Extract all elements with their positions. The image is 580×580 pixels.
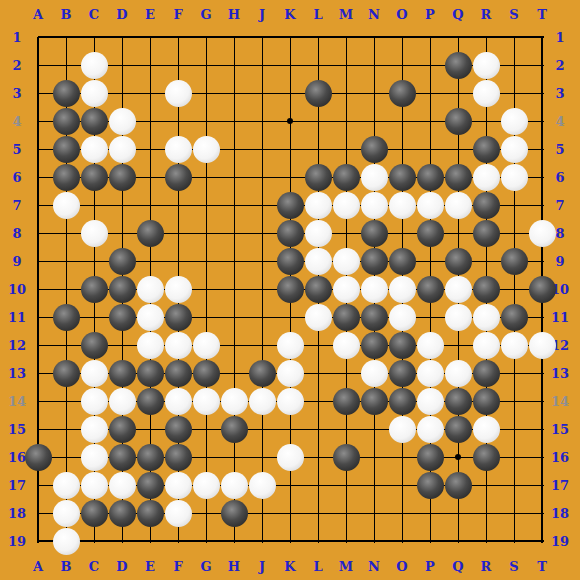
white-stone-R2[interactable]: [473, 52, 500, 79]
row-label-left-17: 17: [8, 478, 26, 493]
col-label-bottom-D: D: [116, 559, 127, 574]
white-stone-C15[interactable]: [81, 416, 108, 443]
col-label-bottom-S: S: [509, 559, 518, 574]
white-stone-F18[interactable]: [165, 500, 192, 527]
black-stone-A16[interactable]: [25, 444, 52, 471]
black-stone-J13[interactable]: [249, 360, 276, 387]
white-stone-C13[interactable]: [81, 360, 108, 387]
col-label-top-B: B: [61, 7, 72, 22]
black-stone-O14[interactable]: [389, 388, 416, 415]
col-label-top-M: M: [339, 7, 353, 22]
row-label-left-3: 3: [12, 86, 21, 101]
row-label-right-1: 1: [555, 30, 564, 45]
row-label-left-14: 14: [8, 394, 26, 409]
black-stone-E16[interactable]: [137, 444, 164, 471]
white-stone-C17[interactable]: [81, 472, 108, 499]
black-stone-F11[interactable]: [165, 304, 192, 331]
col-label-bottom-G: G: [200, 559, 211, 574]
black-stone-R10[interactable]: [473, 276, 500, 303]
black-stone-H15[interactable]: [221, 416, 248, 443]
col-label-top-A: A: [33, 7, 43, 22]
black-stone-D15[interactable]: [109, 416, 136, 443]
white-stone-R11[interactable]: [473, 304, 500, 331]
col-label-bottom-F: F: [173, 559, 182, 574]
row-label-left-19: 19: [8, 534, 26, 549]
row-label-right-8: 8: [555, 226, 564, 241]
white-stone-S12[interactable]: [501, 332, 528, 359]
white-stone-S6[interactable]: [501, 164, 528, 191]
black-stone-O9[interactable]: [389, 248, 416, 275]
white-stone-F5[interactable]: [165, 136, 192, 163]
black-stone-E8[interactable]: [137, 220, 164, 247]
white-stone-K12[interactable]: [277, 332, 304, 359]
grid-vline: [206, 37, 207, 543]
col-label-top-H: H: [228, 7, 240, 22]
white-stone-E12[interactable]: [137, 332, 164, 359]
black-stone-R7[interactable]: [473, 192, 500, 219]
col-label-top-P: P: [425, 7, 435, 22]
white-stone-O10[interactable]: [389, 276, 416, 303]
black-stone-B13[interactable]: [53, 360, 80, 387]
col-label-top-E: E: [145, 7, 155, 22]
black-stone-Q6[interactable]: [445, 164, 472, 191]
black-stone-R16[interactable]: [473, 444, 500, 471]
row-label-left-4: 4: [12, 114, 21, 129]
col-label-top-G: G: [200, 7, 211, 22]
white-stone-K13[interactable]: [277, 360, 304, 387]
black-stone-F16[interactable]: [165, 444, 192, 471]
row-label-right-3: 3: [555, 86, 564, 101]
row-label-right-11: 11: [551, 310, 569, 325]
black-stone-P17[interactable]: [417, 472, 444, 499]
white-stone-G5[interactable]: [193, 136, 220, 163]
black-stone-S11[interactable]: [501, 304, 528, 331]
black-stone-N8[interactable]: [361, 220, 388, 247]
row-label-left-5: 5: [12, 142, 21, 157]
white-stone-D5[interactable]: [109, 136, 136, 163]
white-stone-H14[interactable]: [221, 388, 248, 415]
black-stone-B3[interactable]: [53, 80, 80, 107]
black-stone-D18[interactable]: [109, 500, 136, 527]
black-stone-P6[interactable]: [417, 164, 444, 191]
black-stone-Q17[interactable]: [445, 472, 472, 499]
white-stone-M10[interactable]: [333, 276, 360, 303]
black-stone-B6[interactable]: [53, 164, 80, 191]
white-stone-Q7[interactable]: [445, 192, 472, 219]
row-label-left-18: 18: [8, 506, 26, 521]
col-label-top-D: D: [116, 7, 127, 22]
black-stone-D10[interactable]: [109, 276, 136, 303]
black-stone-F6[interactable]: [165, 164, 192, 191]
black-stone-P10[interactable]: [417, 276, 444, 303]
row-label-left-12: 12: [8, 338, 26, 353]
col-label-top-Q: Q: [452, 7, 463, 22]
white-stone-F3[interactable]: [165, 80, 192, 107]
col-label-top-O: O: [396, 7, 407, 22]
black-stone-E18[interactable]: [137, 500, 164, 527]
white-stone-B19[interactable]: [53, 528, 80, 555]
white-stone-K14[interactable]: [277, 388, 304, 415]
row-label-left-2: 2: [12, 58, 21, 73]
white-stone-M7[interactable]: [333, 192, 360, 219]
black-stone-R8[interactable]: [473, 220, 500, 247]
col-label-bottom-M: M: [339, 559, 353, 574]
black-stone-R13[interactable]: [473, 360, 500, 387]
row-label-right-6: 6: [555, 170, 564, 185]
go-board[interactable]: AABBCCDDEEFFGGHHJJKKLLMMNNOOPPQQRRSSTT11…: [0, 0, 580, 580]
white-stone-L9[interactable]: [305, 248, 332, 275]
col-label-bottom-K: K: [284, 559, 295, 574]
col-label-bottom-T: T: [537, 559, 547, 574]
black-stone-F15[interactable]: [165, 416, 192, 443]
black-stone-K7[interactable]: [277, 192, 304, 219]
white-stone-O7[interactable]: [389, 192, 416, 219]
white-stone-B18[interactable]: [53, 500, 80, 527]
black-stone-M14[interactable]: [333, 388, 360, 415]
col-label-top-L: L: [313, 7, 322, 22]
white-stone-C14[interactable]: [81, 388, 108, 415]
black-stone-Q4[interactable]: [445, 108, 472, 135]
white-stone-J14[interactable]: [249, 388, 276, 415]
row-label-left-1: 1: [12, 30, 21, 45]
white-stone-G12[interactable]: [193, 332, 220, 359]
black-stone-C12[interactable]: [81, 332, 108, 359]
row-label-right-7: 7: [555, 198, 564, 213]
row-label-right-4: 4: [555, 114, 564, 129]
white-stone-E10[interactable]: [137, 276, 164, 303]
white-stone-Q13[interactable]: [445, 360, 472, 387]
black-stone-M6[interactable]: [333, 164, 360, 191]
white-stone-K16[interactable]: [277, 444, 304, 471]
white-stone-P13[interactable]: [417, 360, 444, 387]
white-stone-L8[interactable]: [305, 220, 332, 247]
white-stone-R15[interactable]: [473, 416, 500, 443]
white-stone-B7[interactable]: [53, 192, 80, 219]
col-label-top-F: F: [173, 7, 182, 22]
black-stone-Q14[interactable]: [445, 388, 472, 415]
row-label-left-13: 13: [8, 366, 26, 381]
black-stone-N14[interactable]: [361, 388, 388, 415]
white-stone-L7[interactable]: [305, 192, 332, 219]
black-stone-N12[interactable]: [361, 332, 388, 359]
white-stone-R3[interactable]: [473, 80, 500, 107]
white-stone-S4[interactable]: [501, 108, 528, 135]
white-stone-O15[interactable]: [389, 416, 416, 443]
black-stone-B4[interactable]: [53, 108, 80, 135]
black-stone-O6[interactable]: [389, 164, 416, 191]
grid-hline: [38, 36, 544, 38]
col-label-bottom-P: P: [425, 559, 435, 574]
black-stone-L3[interactable]: [305, 80, 332, 107]
row-label-right-9: 9: [555, 254, 564, 269]
black-stone-H18[interactable]: [221, 500, 248, 527]
white-stone-D4[interactable]: [109, 108, 136, 135]
black-stone-F13[interactable]: [165, 360, 192, 387]
row-label-right-2: 2: [555, 58, 564, 73]
row-label-right-15: 15: [551, 422, 569, 437]
white-stone-F12[interactable]: [165, 332, 192, 359]
grid-vline: [262, 37, 263, 543]
white-stone-P15[interactable]: [417, 416, 444, 443]
black-stone-N9[interactable]: [361, 248, 388, 275]
white-stone-C2[interactable]: [81, 52, 108, 79]
black-stone-C10[interactable]: [81, 276, 108, 303]
black-stone-K9[interactable]: [277, 248, 304, 275]
col-label-bottom-J: J: [259, 559, 265, 574]
row-label-left-9: 9: [12, 254, 21, 269]
black-stone-B5[interactable]: [53, 136, 80, 163]
col-label-bottom-C: C: [89, 559, 99, 574]
row-label-right-19: 19: [551, 534, 569, 549]
white-stone-F10[interactable]: [165, 276, 192, 303]
black-stone-B11[interactable]: [53, 304, 80, 331]
white-stone-G17[interactable]: [193, 472, 220, 499]
black-stone-D11[interactable]: [109, 304, 136, 331]
row-label-right-17: 17: [551, 478, 569, 493]
black-stone-S9[interactable]: [501, 248, 528, 275]
col-label-bottom-B: B: [61, 559, 72, 574]
star-point-K4: [287, 118, 293, 124]
white-stone-S5[interactable]: [501, 136, 528, 163]
row-label-right-5: 5: [555, 142, 564, 157]
black-stone-Q15[interactable]: [445, 416, 472, 443]
white-stone-R6[interactable]: [473, 164, 500, 191]
col-label-bottom-E: E: [145, 559, 155, 574]
black-stone-K10[interactable]: [277, 276, 304, 303]
col-label-top-C: C: [89, 7, 99, 22]
white-stone-N7[interactable]: [361, 192, 388, 219]
black-stone-E13[interactable]: [137, 360, 164, 387]
black-stone-E17[interactable]: [137, 472, 164, 499]
white-stone-P7[interactable]: [417, 192, 444, 219]
white-stone-F17[interactable]: [165, 472, 192, 499]
col-label-bottom-H: H: [228, 559, 240, 574]
row-label-right-18: 18: [551, 506, 569, 521]
row-label-left-8: 8: [12, 226, 21, 241]
black-stone-K8[interactable]: [277, 220, 304, 247]
white-stone-N10[interactable]: [361, 276, 388, 303]
black-stone-D6[interactable]: [109, 164, 136, 191]
col-label-bottom-O: O: [396, 559, 407, 574]
black-stone-O13[interactable]: [389, 360, 416, 387]
row-label-left-6: 6: [12, 170, 21, 185]
col-label-top-T: T: [537, 7, 547, 22]
black-stone-Q9[interactable]: [445, 248, 472, 275]
white-stone-Q11[interactable]: [445, 304, 472, 331]
col-label-top-S: S: [509, 7, 518, 22]
black-stone-P8[interactable]: [417, 220, 444, 247]
grid-hline: [38, 93, 544, 94]
black-stone-O3[interactable]: [389, 80, 416, 107]
white-stone-P14[interactable]: [417, 388, 444, 415]
row-label-left-11: 11: [8, 310, 26, 325]
col-label-top-J: J: [259, 7, 265, 22]
black-stone-M11[interactable]: [333, 304, 360, 331]
white-stone-D17[interactable]: [109, 472, 136, 499]
black-stone-E14[interactable]: [137, 388, 164, 415]
col-label-bottom-A: A: [33, 559, 43, 574]
row-label-left-10: 10: [8, 282, 26, 297]
black-stone-T10[interactable]: [529, 276, 556, 303]
black-stone-N11[interactable]: [361, 304, 388, 331]
black-stone-R14[interactable]: [473, 388, 500, 415]
row-label-left-7: 7: [12, 198, 21, 213]
white-stone-C8[interactable]: [81, 220, 108, 247]
black-stone-P16[interactable]: [417, 444, 444, 471]
white-stone-C3[interactable]: [81, 80, 108, 107]
col-label-bottom-N: N: [368, 559, 380, 574]
black-stone-R5[interactable]: [473, 136, 500, 163]
white-stone-E11[interactable]: [137, 304, 164, 331]
white-stone-M9[interactable]: [333, 248, 360, 275]
white-stone-R12[interactable]: [473, 332, 500, 359]
black-stone-G13[interactable]: [193, 360, 220, 387]
black-stone-C4[interactable]: [81, 108, 108, 135]
black-stone-D16[interactable]: [109, 444, 136, 471]
black-stone-D13[interactable]: [109, 360, 136, 387]
row-label-right-14: 14: [551, 394, 569, 409]
white-stone-B17[interactable]: [53, 472, 80, 499]
col-label-top-R: R: [481, 7, 492, 22]
star-point-Q16: [455, 454, 461, 460]
black-stone-O12[interactable]: [389, 332, 416, 359]
white-stone-F14[interactable]: [165, 388, 192, 415]
col-label-top-K: K: [284, 7, 295, 22]
black-stone-L10[interactable]: [305, 276, 332, 303]
white-stone-C16[interactable]: [81, 444, 108, 471]
white-stone-H17[interactable]: [221, 472, 248, 499]
black-stone-N5[interactable]: [361, 136, 388, 163]
black-stone-Q2[interactable]: [445, 52, 472, 79]
white-stone-P12[interactable]: [417, 332, 444, 359]
black-stone-M16[interactable]: [333, 444, 360, 471]
grid-hline: [38, 540, 544, 542]
white-stone-N13[interactable]: [361, 360, 388, 387]
row-label-left-15: 15: [8, 422, 26, 437]
col-label-bottom-R: R: [481, 559, 492, 574]
white-stone-Q10[interactable]: [445, 276, 472, 303]
col-label-bottom-L: L: [313, 559, 322, 574]
white-stone-G14[interactable]: [193, 388, 220, 415]
row-label-left-16: 16: [8, 450, 26, 465]
col-label-top-N: N: [368, 7, 380, 22]
col-label-bottom-Q: Q: [452, 559, 463, 574]
white-stone-C5[interactable]: [81, 136, 108, 163]
row-label-right-13: 13: [551, 366, 569, 381]
white-stone-T12[interactable]: [529, 332, 556, 359]
white-stone-J17[interactable]: [249, 472, 276, 499]
black-stone-C6[interactable]: [81, 164, 108, 191]
white-stone-L11[interactable]: [305, 304, 332, 331]
black-stone-C18[interactable]: [81, 500, 108, 527]
black-stone-D9[interactable]: [109, 248, 136, 275]
row-label-right-16: 16: [551, 450, 569, 465]
white-stone-T8[interactable]: [529, 220, 556, 247]
white-stone-N6[interactable]: [361, 164, 388, 191]
white-stone-D14[interactable]: [109, 388, 136, 415]
black-stone-L6[interactable]: [305, 164, 332, 191]
white-stone-M12[interactable]: [333, 332, 360, 359]
grid-vline: [234, 37, 235, 543]
white-stone-O11[interactable]: [389, 304, 416, 331]
